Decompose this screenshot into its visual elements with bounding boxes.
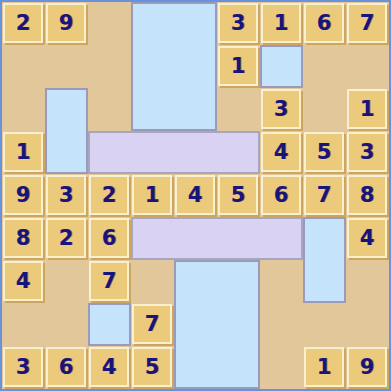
number-tile[interactable]: 5 — [218, 175, 258, 215]
number-tile[interactable]: 1 — [347, 89, 387, 129]
tile-digit: 1 — [317, 357, 332, 378]
tile-digit: 7 — [102, 271, 117, 292]
tile-digit: 7 — [145, 314, 160, 335]
tile-digit: 3 — [16, 357, 31, 378]
tile-digit: 9 — [16, 185, 31, 206]
tile-digit: 4 — [102, 357, 117, 378]
highlighted-empty-cell[interactable] — [174, 260, 260, 389]
number-tile[interactable]: 1 — [218, 46, 258, 86]
number-tile[interactable]: 4 — [3, 261, 43, 301]
tile-digit: 3 — [360, 142, 375, 163]
number-tile[interactable]: 2 — [46, 218, 86, 258]
number-tile[interactable]: 7 — [347, 3, 387, 43]
number-tile[interactable]: 9 — [46, 3, 86, 43]
number-tile[interactable]: 9 — [3, 175, 43, 215]
game-board[interactable]: 29316713114539321456788264477364519 — [0, 0, 391, 391]
tile-digit: 7 — [317, 185, 332, 206]
tile-digit: 6 — [317, 13, 332, 34]
tile-digit: 1 — [145, 185, 160, 206]
number-tile[interactable]: 5 — [304, 132, 344, 172]
number-tile[interactable]: 3 — [347, 132, 387, 172]
tile-digit: 5 — [317, 142, 332, 163]
tile-digit: 1 — [16, 142, 31, 163]
tile-digit: 3 — [274, 99, 289, 120]
number-tile[interactable]: 1 — [132, 175, 172, 215]
number-tile[interactable]: 4 — [175, 175, 215, 215]
number-tile[interactable]: 5 — [132, 347, 172, 387]
tile-digit: 6 — [102, 228, 117, 249]
number-tile[interactable]: 7 — [89, 261, 129, 301]
number-tile[interactable]: 9 — [347, 347, 387, 387]
tile-digit: 6 — [274, 185, 289, 206]
highlight-slot-band[interactable] — [88, 131, 260, 174]
tile-digit: 4 — [274, 142, 289, 163]
tile-digit: 3 — [59, 185, 74, 206]
highlighted-empty-cell[interactable] — [303, 217, 346, 303]
number-tile[interactable]: 3 — [218, 3, 258, 43]
tile-digit: 5 — [231, 185, 246, 206]
tile-digit: 2 — [59, 228, 74, 249]
tile-digit: 9 — [59, 13, 74, 34]
number-tile[interactable]: 2 — [89, 175, 129, 215]
highlighted-empty-cell[interactable] — [45, 88, 88, 174]
tile-digit: 9 — [360, 357, 375, 378]
number-tile[interactable]: 6 — [261, 175, 301, 215]
tile-digit: 3 — [231, 13, 246, 34]
tile-digit: 1 — [274, 13, 289, 34]
number-tile[interactable]: 2 — [3, 3, 43, 43]
highlighted-empty-cell[interactable] — [88, 303, 131, 346]
tile-digit: 7 — [360, 13, 375, 34]
number-tile[interactable]: 6 — [46, 347, 86, 387]
number-tile[interactable]: 7 — [304, 175, 344, 215]
tile-digit: 1 — [231, 56, 246, 77]
tile-digit: 4 — [360, 228, 375, 249]
tile-digit: 2 — [102, 185, 117, 206]
number-tile[interactable]: 4 — [89, 347, 129, 387]
number-tile[interactable]: 3 — [261, 89, 301, 129]
tile-digit: 1 — [360, 99, 375, 120]
tile-digit: 2 — [16, 13, 31, 34]
tile-digit: 4 — [188, 185, 203, 206]
highlight-slot-band[interactable] — [131, 217, 303, 260]
number-tile[interactable]: 6 — [89, 218, 129, 258]
number-tile[interactable]: 3 — [46, 175, 86, 215]
tile-digit: 6 — [59, 357, 74, 378]
number-tile[interactable]: 1 — [261, 3, 301, 43]
tile-digit: 8 — [16, 228, 31, 249]
number-tile[interactable]: 4 — [347, 218, 387, 258]
tile-digit: 5 — [145, 357, 160, 378]
highlighted-empty-cell[interactable] — [131, 2, 217, 131]
number-tile[interactable]: 7 — [132, 304, 172, 344]
tile-digit: 8 — [360, 185, 375, 206]
number-tile[interactable]: 1 — [3, 132, 43, 172]
number-tile[interactable]: 8 — [347, 175, 387, 215]
tile-digit: 4 — [16, 271, 31, 292]
number-tile[interactable]: 1 — [304, 347, 344, 387]
number-tile[interactable]: 3 — [3, 347, 43, 387]
number-tile[interactable]: 4 — [261, 132, 301, 172]
number-tile[interactable]: 6 — [304, 3, 344, 43]
highlighted-empty-cell[interactable] — [260, 45, 303, 88]
number-tile[interactable]: 8 — [3, 218, 43, 258]
